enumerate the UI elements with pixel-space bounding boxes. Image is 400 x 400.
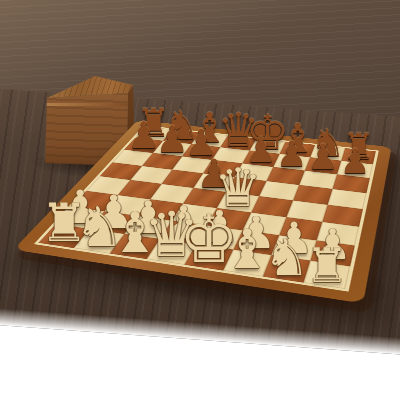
white-rook-h1[interactable]: ♜ (305, 241, 348, 289)
black-pawn-f7[interactable]: ♟ (276, 136, 307, 171)
black-pawn-b7[interactable]: ♟ (156, 120, 189, 157)
white-knight-g1[interactable]: ♞ (264, 232, 310, 283)
black-pawn-h7[interactable]: ♟ (340, 144, 370, 178)
photo-white-fade (0, 323, 400, 400)
black-pawn-g7[interactable]: ♟ (307, 140, 338, 175)
chess-set-photo: ♜♞♝♛♚♝♞♜♟♟♟♟♟♟♟♟♛♟♟♟♟♟♟♟♟♜♞♝♛♚♝♞♜ (0, 0, 400, 400)
